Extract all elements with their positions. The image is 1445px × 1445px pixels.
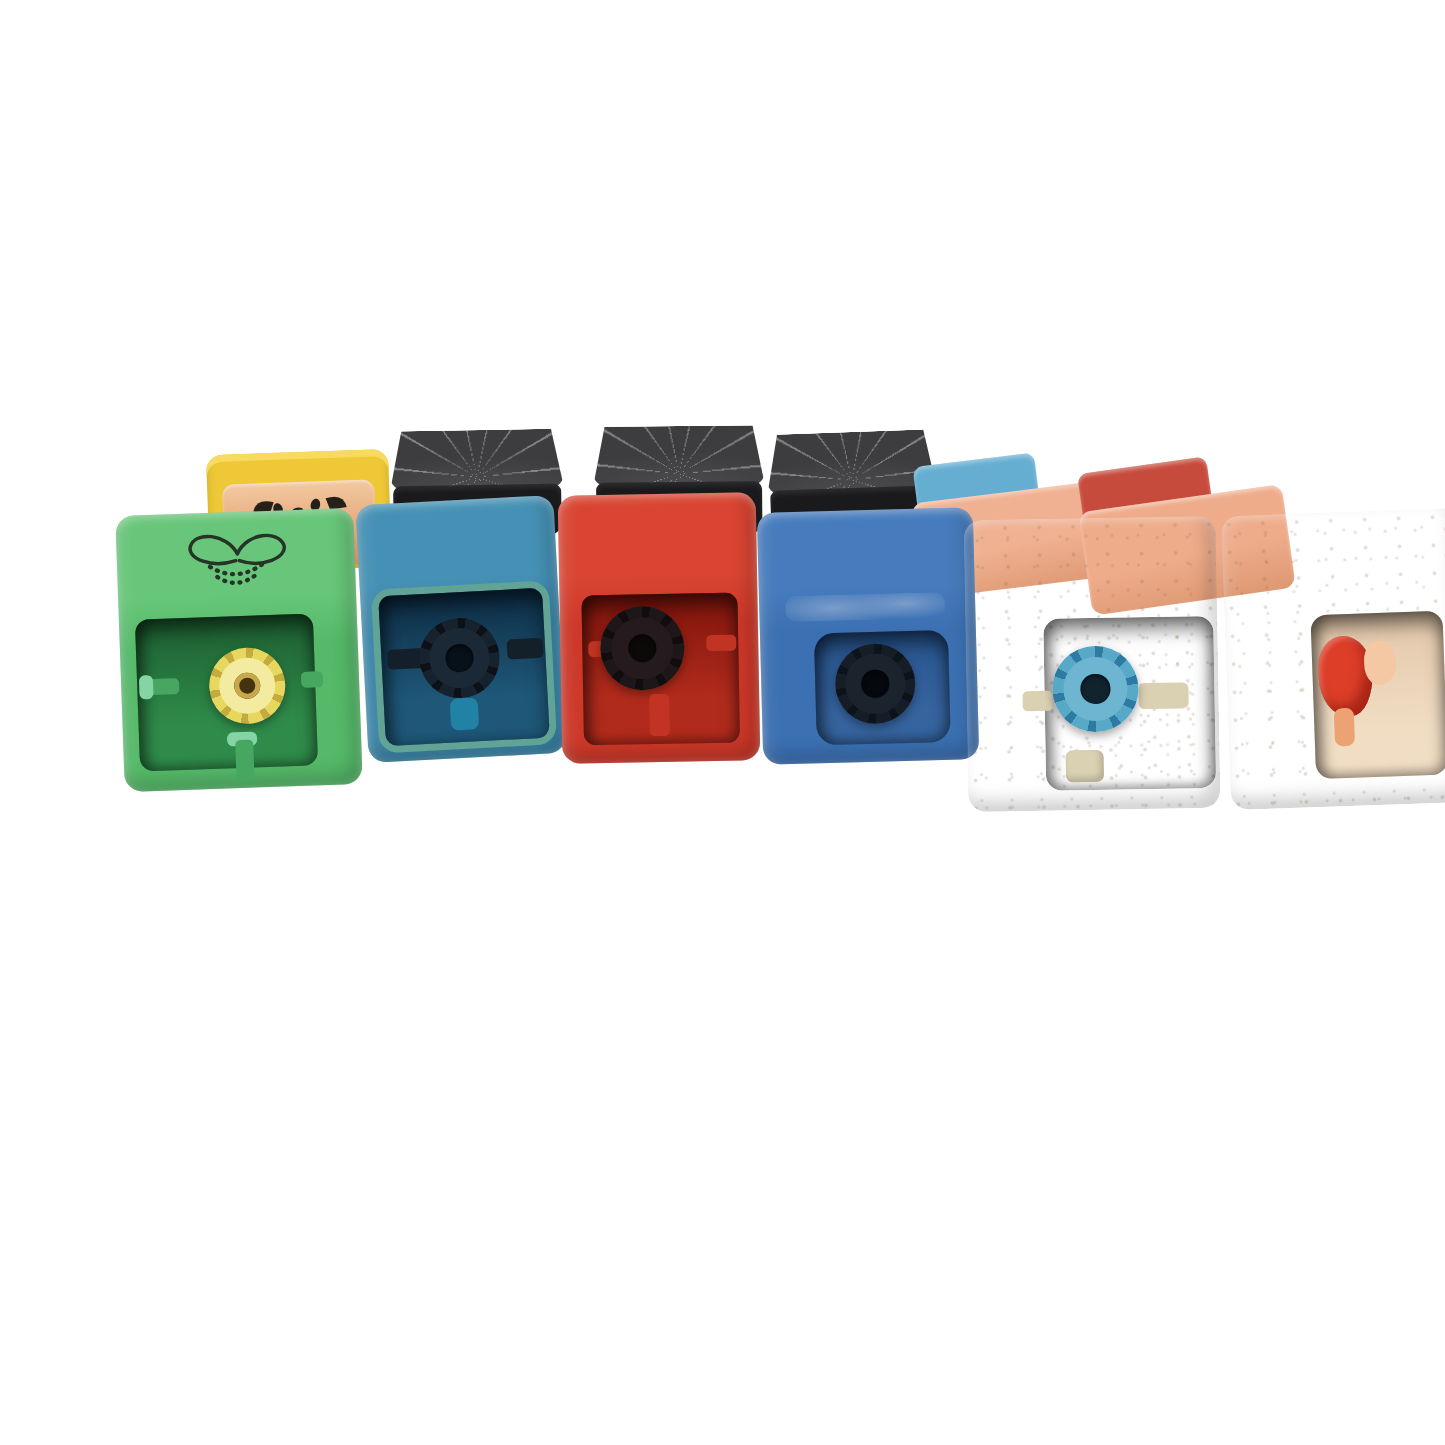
figure-feet-detail [1334,708,1355,747]
block-green-butterfly [115,508,362,792]
block-blue [757,507,980,765]
spinner-axle-arm [1138,682,1188,709]
spinner-axle-arm [706,635,736,652]
spinner-axle-arm [1022,691,1052,712]
spinner-knob [450,697,480,730]
toy-blocks-photo [40,16,1445,1445]
spinner-peg [1066,750,1105,783]
spinner-axle-stem [649,694,670,736]
block-cream-red-figure [1221,508,1445,810]
starburst-top-pattern [389,428,564,490]
spinner-axle-arm [507,638,544,660]
spinner-axle-cap [139,675,154,699]
block-teal [355,495,566,763]
starburst-top-pattern [593,425,766,487]
block-cream-blue-spinner [963,516,1220,812]
spinner-axle-stem [235,740,254,783]
butterfly-icon [160,523,313,606]
block-red [558,492,761,763]
spinner-axle-arm [301,671,324,688]
